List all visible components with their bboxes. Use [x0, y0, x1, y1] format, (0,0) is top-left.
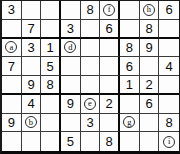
sudoku-cell-r7c1[interactable]: 9 — [2, 114, 22, 133]
sudoku-cell-r2c4[interactable]: 3 — [61, 20, 81, 39]
sudoku-cell-r6c5[interactable]: e — [81, 95, 101, 114]
sudoku-cell-r8c9[interactable]: i — [159, 132, 179, 151]
sudoku-cell-r3c5[interactable] — [81, 39, 101, 58]
given-digit: 3 — [67, 21, 74, 36]
given-digit: 3 — [8, 2, 15, 17]
given-digit: 7 — [8, 59, 15, 74]
given-digit: 9 — [67, 96, 74, 111]
sudoku-cell-r4c6[interactable] — [100, 57, 120, 76]
sudoku-cell-r8c6[interactable]: 8 — [100, 132, 120, 151]
sudoku-cell-r1c8[interactable]: h — [140, 1, 160, 20]
sudoku-cell-r8c5[interactable] — [81, 132, 101, 151]
given-digit: 8 — [106, 134, 113, 149]
sudoku-cell-r4c9[interactable]: 4 — [159, 57, 179, 76]
sudoku-cell-r3c7[interactable]: 8 — [120, 39, 140, 58]
given-digit: 5 — [47, 59, 54, 74]
sudoku-cell-r1c7[interactable] — [120, 1, 140, 20]
sudoku-cell-r1c9[interactable]: 6 — [159, 1, 179, 20]
sudoku-cell-r1c4[interactable] — [61, 1, 81, 20]
sudoku-cell-r5c3[interactable]: 8 — [41, 76, 61, 95]
given-digit: 6 — [126, 59, 133, 74]
given-digit: 9 — [8, 115, 15, 130]
sudoku-cell-r3c9[interactable] — [159, 39, 179, 58]
given-digit: 3 — [86, 115, 93, 130]
sudoku-cell-r6c1[interactable] — [2, 95, 22, 114]
sudoku-cell-r8c8[interactable] — [140, 132, 160, 151]
sudoku-cell-r3c3[interactable]: 1 — [41, 39, 61, 58]
sudoku-cell-r8c2[interactable] — [22, 132, 42, 151]
sudoku-cell-r2c9[interactable] — [159, 20, 179, 39]
given-digit: 8 — [166, 115, 173, 130]
sudoku-cell-r3c6[interactable] — [100, 39, 120, 58]
sudoku-cell-r7c3[interactable] — [41, 114, 61, 133]
sudoku-cell-r1c5[interactable]: 8 — [81, 1, 101, 20]
sudoku-cell-r7c8[interactable] — [140, 114, 160, 133]
sudoku-cell-r8c1[interactable] — [2, 132, 22, 151]
sudoku-cell-r4c5[interactable] — [81, 57, 101, 76]
given-digit: 9 — [145, 40, 152, 55]
given-digit: 6 — [106, 21, 113, 36]
sudoku-cell-r5c1[interactable] — [2, 76, 22, 95]
sudoku-cell-r2c7[interactable] — [120, 20, 140, 39]
given-digit: 3 — [27, 40, 34, 55]
circled-letter-e-icon: e — [84, 98, 96, 110]
sudoku-cell-r7c4[interactable] — [61, 114, 81, 133]
sudoku-cell-r7c7[interactable]: g — [120, 114, 140, 133]
sudoku-cell-r1c3[interactable] — [41, 1, 61, 20]
circled-letter-g-icon: g — [123, 116, 135, 128]
sudoku-cell-r7c6[interactable] — [100, 114, 120, 133]
sudoku-cell-r3c1[interactable]: a — [2, 39, 22, 58]
given-digit: 8 — [126, 40, 133, 55]
sudoku-cell-r3c2[interactable]: 3 — [22, 39, 42, 58]
sudoku-cell-r3c8[interactable]: 9 — [140, 39, 160, 58]
given-digit: 6 — [166, 2, 173, 17]
circled-letter-f-icon: f — [103, 4, 115, 16]
given-digit: 1 — [126, 77, 133, 92]
sudoku-cell-r2c3[interactable] — [41, 20, 61, 39]
sudoku-cell-r6c7[interactable] — [120, 95, 140, 114]
sudoku-cell-r1c2[interactable] — [22, 1, 42, 20]
sudoku-cell-r8c3[interactable] — [41, 132, 61, 151]
sudoku-board: 38fh67368a31d897564981249e269b3g858i — [0, 0, 180, 154]
sudoku-cell-r8c4[interactable]: 5 — [61, 132, 81, 151]
given-digit: 2 — [145, 77, 152, 92]
circled-letter-a-icon: a — [5, 41, 17, 53]
sudoku-cell-r2c1[interactable] — [2, 20, 22, 39]
sudoku-cell-r4c2[interactable] — [22, 57, 42, 76]
sudoku-cell-r5c2[interactable]: 9 — [22, 76, 42, 95]
circled-letter-i-icon: i — [163, 136, 175, 148]
sudoku-cell-r5c7[interactable]: 1 — [120, 76, 140, 95]
sudoku-cell-r5c9[interactable] — [159, 76, 179, 95]
sudoku-cell-r6c3[interactable] — [41, 95, 61, 114]
circled-letter-b-icon: b — [25, 116, 37, 128]
given-digit: 4 — [27, 96, 34, 111]
sudoku-cell-r5c6[interactable] — [100, 76, 120, 95]
sudoku-cell-r4c3[interactable]: 5 — [41, 57, 61, 76]
given-digit: 5 — [67, 134, 74, 149]
sudoku-cell-r5c4[interactable] — [61, 76, 81, 95]
sudoku-cell-r6c8[interactable]: 6 — [140, 95, 160, 114]
sudoku-cell-r7c5[interactable]: 3 — [81, 114, 101, 133]
given-digit: 9 — [27, 77, 34, 92]
sudoku-cell-r8c7[interactable] — [120, 132, 140, 151]
sudoku-cell-r2c8[interactable]: 8 — [140, 20, 160, 39]
sudoku-cell-r2c5[interactable] — [81, 20, 101, 39]
circled-letter-d-icon: d — [64, 41, 76, 53]
sudoku-cell-r2c2[interactable]: 7 — [22, 20, 42, 39]
sudoku-cell-r4c4[interactable] — [61, 57, 81, 76]
sudoku-cell-r4c7[interactable]: 6 — [120, 57, 140, 76]
sudoku-cell-r5c5[interactable] — [81, 76, 101, 95]
given-digit: 8 — [86, 2, 93, 17]
sudoku-cell-r1c6[interactable]: f — [100, 1, 120, 20]
sudoku-cell-r4c8[interactable] — [140, 57, 160, 76]
sudoku-cell-r4c1[interactable]: 7 — [2, 57, 22, 76]
sudoku-cell-r6c6[interactable]: 2 — [100, 95, 120, 114]
sudoku-cell-r1c1[interactable]: 3 — [2, 1, 22, 20]
sudoku-cell-r3c4[interactable]: d — [61, 39, 81, 58]
sudoku-cell-r6c4[interactable]: 9 — [61, 95, 81, 114]
sudoku-cell-r6c2[interactable]: 4 — [22, 95, 42, 114]
given-digit: 4 — [166, 59, 173, 74]
given-digit: 1 — [47, 40, 54, 55]
circled-letter-h-icon: h — [143, 4, 155, 16]
given-digit: 2 — [106, 96, 113, 111]
given-digit: 8 — [145, 21, 152, 36]
sudoku-cell-r2c6[interactable]: 6 — [100, 20, 120, 39]
given-digit: 6 — [145, 96, 152, 111]
sudoku-cell-r7c9[interactable]: 8 — [159, 114, 179, 133]
sudoku-cell-r7c2[interactable]: b — [22, 114, 42, 133]
given-digit: 7 — [27, 21, 34, 36]
sudoku-cell-r5c8[interactable]: 2 — [140, 76, 160, 95]
sudoku-cell-r6c9[interactable] — [159, 95, 179, 114]
given-digit: 8 — [47, 77, 54, 92]
